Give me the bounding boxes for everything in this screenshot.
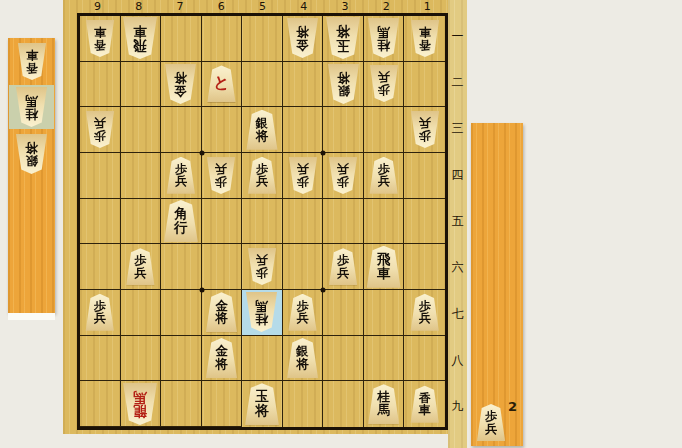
sente-hand-pawn-count: 2: [508, 399, 517, 414]
square-94[interactable]: [80, 153, 121, 199]
square-96[interactable]: [80, 244, 121, 290]
square-31[interactable]: 玉将: [323, 16, 364, 62]
square-99[interactable]: [80, 381, 121, 427]
square-15[interactable]: [404, 199, 445, 245]
square-54[interactable]: 歩兵: [242, 153, 283, 199]
square-65[interactable]: [202, 199, 243, 245]
square-77[interactable]: [161, 290, 202, 336]
file-label-2: 2: [366, 0, 407, 13]
gote-stand-base: [8, 313, 55, 320]
square-66[interactable]: [202, 244, 243, 290]
square-62[interactable]: と: [202, 62, 243, 108]
square-72[interactable]: 金将: [161, 62, 202, 108]
square-45[interactable]: [283, 199, 324, 245]
square-46[interactable]: [283, 244, 324, 290]
piece-桂馬-gote[interactable]: 桂馬: [245, 292, 278, 332]
square-32[interactable]: 銀将: [323, 62, 364, 108]
piece-桂馬-gote[interactable]: 桂馬: [367, 18, 400, 58]
rank-label-4: 四: [448, 152, 467, 198]
file-label-6: 6: [201, 0, 242, 13]
piece-金将-gote[interactable]: 金将: [164, 64, 197, 104]
piece-銀将-sente[interactable]: 銀将: [286, 338, 319, 378]
rank-strip: 一二三四五六七八九: [448, 0, 467, 448]
square-76[interactable]: [161, 244, 202, 290]
piece-金将-sente[interactable]: 金将: [205, 292, 238, 332]
sente-hand-pawn[interactable]: 歩兵: [476, 404, 506, 441]
square-24[interactable]: 歩兵: [364, 153, 405, 199]
square-35[interactable]: [323, 199, 364, 245]
square-49[interactable]: [283, 381, 324, 427]
square-59[interactable]: 玉将: [242, 381, 283, 427]
star-point: [321, 287, 326, 292]
square-88[interactable]: [121, 336, 162, 382]
square-74[interactable]: 歩兵: [161, 153, 202, 199]
piece-歩兵-gote[interactable]: 歩兵: [369, 65, 399, 102]
square-58[interactable]: [242, 336, 283, 382]
star-point: [199, 287, 204, 292]
piece-銀将-gote[interactable]: 銀将: [327, 64, 360, 104]
square-52[interactable]: [242, 62, 283, 108]
square-44[interactable]: 歩兵: [283, 153, 324, 199]
piece-歩兵-gote[interactable]: 歩兵: [410, 111, 440, 148]
piece-玉将-gote[interactable]: 玉将: [325, 17, 361, 59]
square-43[interactable]: [283, 107, 324, 153]
square-92[interactable]: [80, 62, 121, 108]
square-63[interactable]: [202, 107, 243, 153]
square-68[interactable]: 金将: [202, 336, 243, 382]
square-36[interactable]: 歩兵: [323, 244, 364, 290]
piece-歩兵-sente[interactable]: 歩兵: [369, 157, 399, 194]
square-67[interactable]: 金将: [202, 290, 243, 336]
file-label-1: 1: [407, 0, 448, 13]
square-39[interactable]: [323, 381, 364, 427]
piece-香車-gote[interactable]: 香車: [410, 20, 440, 57]
file-label-5: 5: [242, 0, 283, 13]
piece-歩兵-sente[interactable]: 歩兵: [85, 294, 115, 331]
square-84[interactable]: [121, 153, 162, 199]
square-56[interactable]: 歩兵: [242, 244, 283, 290]
square-53[interactable]: 銀将: [242, 107, 283, 153]
square-21[interactable]: 桂馬: [364, 16, 405, 62]
square-29[interactable]: 桂馬: [364, 381, 405, 427]
square-82[interactable]: [121, 62, 162, 108]
square-91[interactable]: 香車: [80, 16, 121, 62]
square-12[interactable]: [404, 62, 445, 108]
square-75[interactable]: 角行: [161, 199, 202, 245]
shogi-board: 987654321 香車飛車金将玉将桂馬香車金将と銀将歩兵歩兵銀将歩兵歩兵歩兵歩…: [63, 0, 467, 434]
square-22[interactable]: 歩兵: [364, 62, 405, 108]
square-41[interactable]: 金将: [283, 16, 324, 62]
square-81[interactable]: 飛車: [121, 16, 162, 62]
rank-label-7: 七: [448, 291, 467, 337]
square-25[interactable]: [364, 199, 405, 245]
piece-歩兵-gote[interactable]: 歩兵: [288, 157, 318, 194]
piece-歩兵-sente[interactable]: 歩兵: [247, 157, 277, 194]
square-26[interactable]: 飛車: [364, 244, 405, 290]
square-79[interactable]: [161, 381, 202, 427]
star-point: [199, 150, 204, 155]
piece-龍馬-gote[interactable]: 龍馬: [122, 383, 158, 425]
piece-香車-sente[interactable]: 香車: [410, 386, 440, 423]
square-34[interactable]: 歩兵: [323, 153, 364, 199]
rank-label-1: 一: [448, 13, 467, 59]
rank-labels: 一二三四五六七八九: [448, 13, 467, 430]
piece-歩兵-sente[interactable]: 歩兵: [410, 294, 440, 331]
square-73[interactable]: [161, 107, 202, 153]
square-61[interactable]: [202, 16, 243, 62]
square-78[interactable]: [161, 336, 202, 382]
square-89[interactable]: 龍馬: [121, 381, 162, 427]
piece-桂馬-gote[interactable]: 桂馬: [15, 87, 48, 127]
file-label-3: 3: [324, 0, 365, 13]
square-28[interactable]: [364, 336, 405, 382]
square-13[interactable]: 歩兵: [404, 107, 445, 153]
piece-銀将-gote[interactable]: 銀将: [15, 134, 48, 174]
star-point: [321, 150, 326, 155]
square-17[interactable]: 歩兵: [404, 290, 445, 336]
piece-香車-gote[interactable]: 香車: [85, 20, 115, 57]
square-57[interactable]: 桂馬: [242, 290, 283, 336]
piece-歩兵-gote[interactable]: 歩兵: [328, 157, 358, 194]
rank-label-9: 九: [448, 384, 467, 430]
square-95[interactable]: [80, 199, 121, 245]
rank-label-5: 五: [448, 198, 467, 244]
piece-金将-gote[interactable]: 金将: [286, 18, 319, 58]
square-71[interactable]: [161, 16, 202, 62]
piece-玉将-sente[interactable]: 玉将: [244, 383, 280, 425]
square-16[interactable]: [404, 244, 445, 290]
square-87[interactable]: [121, 290, 162, 336]
square-47[interactable]: 歩兵: [283, 290, 324, 336]
piece-歩兵-gote[interactable]: 歩兵: [247, 248, 277, 285]
square-98[interactable]: [80, 336, 121, 382]
piece-角行-sente[interactable]: 角行: [163, 200, 199, 242]
square-18[interactable]: [404, 336, 445, 382]
square-85[interactable]: [121, 199, 162, 245]
file-label-8: 8: [118, 0, 159, 13]
square-42[interactable]: [283, 62, 324, 108]
square-27[interactable]: [364, 290, 405, 336]
square-51[interactable]: [242, 16, 283, 62]
piece-桂馬-sente[interactable]: 桂馬: [367, 384, 400, 424]
square-23[interactable]: [364, 107, 405, 153]
piece-金将-sente[interactable]: 金将: [205, 338, 238, 378]
file-label-4: 4: [283, 0, 324, 13]
piece-歩兵-sente[interactable]: 歩兵: [166, 157, 196, 194]
square-93[interactable]: 歩兵: [80, 107, 121, 153]
piece-歩兵-gote[interactable]: 歩兵: [85, 111, 115, 148]
square-64[interactable]: 歩兵: [202, 153, 243, 199]
rank-label-3: 三: [448, 106, 467, 152]
board-grid: 香車飛車金将玉将桂馬香車金将と銀将歩兵歩兵銀将歩兵歩兵歩兵歩兵歩兵歩兵歩兵角行歩…: [77, 13, 448, 430]
rank-label-6: 六: [448, 245, 467, 291]
square-48[interactable]: 銀将: [283, 336, 324, 382]
piece-歩兵-sente[interactable]: 歩兵: [125, 248, 155, 285]
file-label-9: 9: [77, 0, 118, 13]
piece-銀将-sente[interactable]: 銀将: [245, 110, 278, 150]
sente-hand-stand: 歩兵 2: [471, 123, 523, 446]
square-97[interactable]: 歩兵: [80, 290, 121, 336]
square-86[interactable]: 歩兵: [121, 244, 162, 290]
rank-label-2: 二: [448, 59, 467, 105]
piece-飛車-gote[interactable]: 飛車: [122, 17, 158, 59]
square-38[interactable]: [323, 336, 364, 382]
square-37[interactable]: [323, 290, 364, 336]
file-labels: 987654321: [77, 0, 448, 13]
hand-highlight: 桂馬: [9, 85, 54, 129]
square-69[interactable]: [202, 381, 243, 427]
piece-と-sente[interactable]: と: [206, 65, 236, 102]
square-14[interactable]: [404, 153, 445, 199]
square-33[interactable]: [323, 107, 364, 153]
square-11[interactable]: 香車: [404, 16, 445, 62]
piece-歩兵-sente[interactable]: 歩兵: [288, 294, 318, 331]
square-19[interactable]: 香車: [404, 381, 445, 427]
piece-歩兵-sente[interactable]: 歩兵: [476, 404, 506, 441]
piece-香車-gote[interactable]: 香車: [17, 43, 47, 80]
rank-label-8: 八: [448, 337, 467, 383]
gote-hand-stand: 香車桂馬銀将: [8, 38, 55, 313]
piece-飛車-sente[interactable]: 飛車: [366, 246, 402, 288]
square-55[interactable]: [242, 199, 283, 245]
square-83[interactable]: [121, 107, 162, 153]
piece-歩兵-sente[interactable]: 歩兵: [328, 248, 358, 285]
file-label-7: 7: [159, 0, 200, 13]
piece-歩兵-gote[interactable]: 歩兵: [206, 157, 236, 194]
